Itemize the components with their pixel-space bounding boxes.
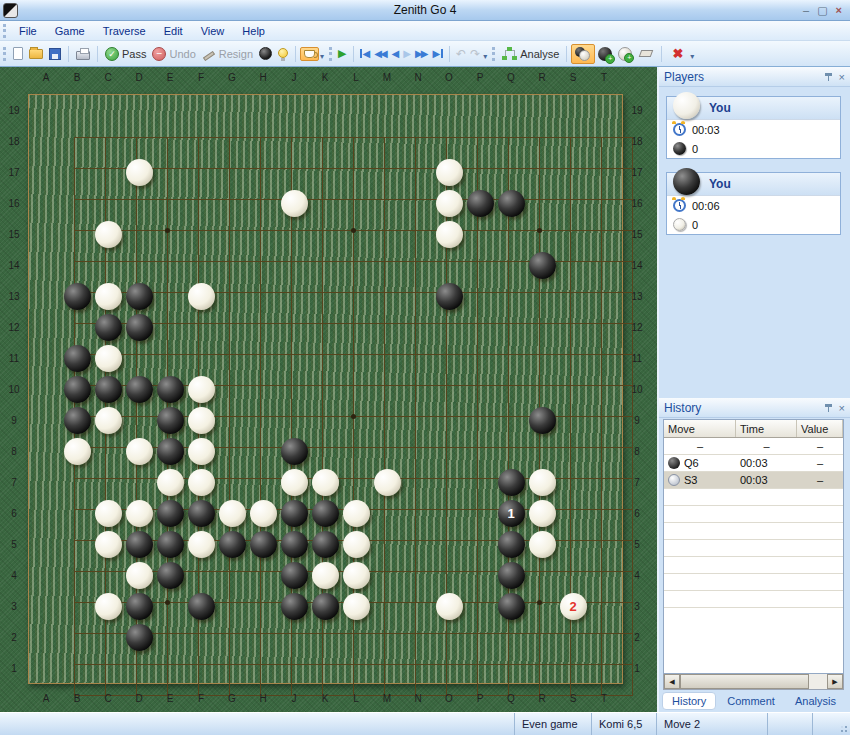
- intersection-C10[interactable]: [93, 374, 124, 405]
- white-stone-O15: [436, 221, 463, 248]
- history-move-cell: Q6: [664, 455, 736, 471]
- app-window: Zenith Go 4 – ▢ × FileGameTraverseEditVi…: [0, 0, 850, 735]
- white-stone-F9: [188, 407, 215, 434]
- intersection-F13[interactable]: [186, 281, 217, 312]
- black-stone-F6: [188, 500, 215, 527]
- intersection-D17[interactable]: [124, 157, 155, 188]
- history-table: MoveTimeValue–––Q600:03–S300:03–: [663, 419, 844, 674]
- intersection-B10[interactable]: [62, 374, 93, 405]
- history-row[interactable]: –––: [664, 438, 843, 455]
- intersection-M7[interactable]: [372, 467, 403, 498]
- intersection-F9[interactable]: [186, 405, 217, 436]
- player-name: You: [709, 177, 731, 191]
- white-stone-L5: [343, 531, 370, 558]
- intersection-O17[interactable]: [434, 157, 465, 188]
- intersection-D8[interactable]: [124, 436, 155, 467]
- intersection-L4[interactable]: [341, 560, 372, 591]
- intersection-D10[interactable]: [124, 374, 155, 405]
- coord-label-9: 9: [624, 405, 650, 436]
- history-time-cell: –: [736, 438, 797, 454]
- coord-label-14: 14: [624, 250, 650, 281]
- intersection-O13[interactable]: [434, 281, 465, 312]
- scrollbar-thumb[interactable]: [680, 674, 809, 689]
- move-number-label: 1: [507, 506, 514, 521]
- intersection-J5[interactable]: [279, 529, 310, 560]
- intersection-Q16[interactable]: [496, 188, 527, 219]
- white-stone-icon: [668, 474, 680, 486]
- history-value-cell: –: [797, 472, 843, 488]
- black-stone-K6: [312, 500, 339, 527]
- players-close-icon[interactable]: ×: [839, 71, 845, 83]
- history-col-value[interactable]: Value: [797, 420, 843, 437]
- intersection-K4[interactable]: [310, 560, 341, 591]
- intersection-D12[interactable]: [124, 312, 155, 343]
- coord-label-15: 15: [1, 219, 27, 250]
- title-bar: Zenith Go 4 – ▢ ×: [0, 0, 850, 21]
- players-panel-header: Players ×: [659, 67, 850, 87]
- coord-label-3: 3: [1, 591, 27, 622]
- alarm-clock-icon: [673, 123, 686, 136]
- intersection-K3[interactable]: [310, 591, 341, 622]
- add-white-stone-tool[interactable]: [615, 45, 635, 63]
- player-time-row: 00:06: [667, 196, 840, 215]
- coord-label-S: S: [558, 70, 589, 84]
- coord-label-8: 8: [624, 436, 650, 467]
- intersection-B13[interactable]: [62, 281, 93, 312]
- intersection-Q4[interactable]: [496, 560, 527, 591]
- black-stone-E10: [157, 376, 184, 403]
- coord-label-G: G: [217, 691, 248, 705]
- coord-label-D: D: [124, 70, 155, 84]
- white-stone-O17: [436, 159, 463, 186]
- print-button[interactable]: [73, 46, 93, 62]
- black-stone-plus-icon: [598, 47, 612, 61]
- intersection-B9[interactable]: [62, 405, 93, 436]
- white-stone-C3: [95, 593, 122, 620]
- app-icon: [3, 3, 18, 18]
- resign-label: Resign: [219, 48, 253, 60]
- pass-label: Pass: [122, 48, 146, 60]
- pass-check-icon: [105, 47, 119, 61]
- coord-label-19: 19: [1, 95, 27, 126]
- coord-label-E: E: [155, 70, 186, 84]
- toolbar-overflow-2[interactable]: ▾: [483, 52, 487, 61]
- intersection-P16[interactable]: [465, 188, 496, 219]
- intersection-J4[interactable]: [279, 560, 310, 591]
- coord-label-C: C: [93, 691, 124, 705]
- intersection-L3[interactable]: [341, 591, 372, 622]
- player-time: 00:03: [692, 124, 720, 136]
- coord-label-D: D: [124, 691, 155, 705]
- intersection-E8[interactable]: [155, 436, 186, 467]
- coord-label-15: 15: [624, 219, 650, 250]
- coord-label-F: F: [186, 691, 217, 705]
- black-stone-E4: [157, 562, 184, 589]
- status-section-3: Move 2: [657, 713, 768, 735]
- new-game-button[interactable]: [10, 45, 26, 62]
- analyse-chart-icon: [502, 47, 517, 60]
- black-stone-D5: [126, 531, 153, 558]
- menu-help[interactable]: Help: [233, 23, 274, 39]
- black-stone-C10: [95, 376, 122, 403]
- resign-pencil-icon: [203, 50, 215, 60]
- coord-label-M: M: [372, 70, 403, 84]
- player-card-white: You00:030: [666, 96, 841, 159]
- intersection-K7[interactable]: [310, 467, 341, 498]
- history-move-cell: S3: [664, 472, 736, 488]
- intersection-C13[interactable]: [93, 281, 124, 312]
- history-move: –: [697, 440, 703, 452]
- intersection-C15[interactable]: [93, 219, 124, 250]
- player-time-row: 00:03: [667, 120, 840, 139]
- history-empty-row: [664, 591, 843, 608]
- coord-label-17: 17: [624, 157, 650, 188]
- black-stone-P16: [467, 190, 494, 217]
- coord-label-17: 17: [1, 157, 27, 188]
- coord-label-J: J: [279, 70, 310, 84]
- menu-traverse[interactable]: Traverse: [94, 23, 155, 39]
- coord-label-T: T: [589, 70, 620, 84]
- white-stone-D4: [126, 562, 153, 589]
- history-panel-header: History ×: [659, 398, 850, 418]
- black-stone-D10: [126, 376, 153, 403]
- resign-button[interactable]: Resign: [199, 46, 256, 62]
- white-player-stone-icon: [673, 92, 700, 119]
- tab-analysis[interactable]: Analysis: [786, 693, 845, 709]
- intersection-Q3[interactable]: [496, 591, 527, 622]
- menu-view[interactable]: View: [192, 23, 234, 39]
- coord-label-12: 12: [624, 312, 650, 343]
- intersection-K6[interactable]: [310, 498, 341, 529]
- intersection-C11[interactable]: [93, 343, 124, 374]
- red-x-icon: ✖: [669, 46, 686, 61]
- coord-label-19: 19: [624, 95, 650, 126]
- undo-minus-icon: [152, 47, 166, 61]
- intersection-F6[interactable]: [186, 498, 217, 529]
- intersection-C12[interactable]: [93, 312, 124, 343]
- coord-label-6: 6: [624, 498, 650, 529]
- history-empty-row: [664, 574, 843, 591]
- intersection-D5[interactable]: [124, 529, 155, 560]
- intersection-F5[interactable]: [186, 529, 217, 560]
- coord-label-K: K: [310, 70, 341, 84]
- coord-label-10: 10: [1, 374, 27, 405]
- close-button[interactable]: ×: [836, 5, 842, 16]
- player-card-header: You: [667, 97, 840, 120]
- analyse-button[interactable]: Analyse: [499, 45, 562, 62]
- pass-button[interactable]: Pass: [102, 45, 149, 63]
- black-stone-J3: [281, 593, 308, 620]
- intersection-E7[interactable]: [155, 467, 186, 498]
- menu-bar: FileGameTraverseEditViewHelp: [0, 21, 850, 41]
- player-time: 00:06: [692, 200, 720, 212]
- white-stone-C9: [95, 407, 122, 434]
- history-row[interactable]: Q600:03–: [664, 455, 843, 472]
- history-panel-title: History: [664, 401, 701, 415]
- intersection-R5[interactable]: [527, 529, 558, 560]
- coord-label-3: 3: [624, 591, 650, 622]
- window-title: Zenith Go 4: [0, 3, 850, 17]
- history-col-time[interactable]: Time: [736, 420, 797, 437]
- board-letters-bottom: ABCDEFGHJKLMNOPQRST: [31, 691, 620, 705]
- maximize-button[interactable]: ▢: [817, 5, 827, 16]
- tab-comment[interactable]: Comment: [718, 693, 784, 709]
- intersection-G5[interactable]: [217, 529, 248, 560]
- toolbar-overflow-3[interactable]: ▾: [690, 52, 694, 61]
- white-stone-D17: [126, 159, 153, 186]
- player-captures-row: 0: [667, 139, 840, 158]
- coord-label-13: 13: [624, 281, 650, 312]
- intersection-B11[interactable]: [62, 343, 93, 374]
- black-stone-E8: [157, 438, 184, 465]
- intersection-D3[interactable]: [124, 591, 155, 622]
- scroll-right-arrow-icon[interactable]: ▶: [827, 674, 843, 689]
- white-stone-C15: [95, 221, 122, 248]
- intersection-J6[interactable]: [279, 498, 310, 529]
- coord-label-18: 18: [1, 126, 27, 157]
- white-stone-C6: [95, 500, 122, 527]
- intersection-D2[interactable]: [124, 622, 155, 653]
- player-card-black: You00:060: [666, 172, 841, 235]
- coord-label-C: C: [93, 70, 124, 84]
- intersection-E10[interactable]: [155, 374, 186, 405]
- intersection-F3[interactable]: [186, 591, 217, 622]
- white-stone-E7: [157, 469, 184, 496]
- panel-tabs: HistoryCommentAnalysis: [659, 690, 850, 712]
- coord-label-11: 11: [1, 343, 27, 374]
- black-stone-F3: [188, 593, 215, 620]
- players-panel-title: Players: [664, 70, 704, 84]
- history-close-icon[interactable]: ×: [839, 402, 845, 414]
- intersection-L6[interactable]: [341, 498, 372, 529]
- delete-button[interactable]: ✖: [666, 44, 689, 63]
- coord-label-4: 4: [1, 560, 27, 591]
- intersection-S3[interactable]: 2: [558, 591, 589, 622]
- lightbulb-icon: [278, 48, 288, 58]
- eraser-tool[interactable]: [635, 48, 657, 59]
- black-stone-J8: [281, 438, 308, 465]
- fast-forward-button[interactable]: ▶▶: [413, 48, 430, 59]
- coord-label-S: S: [558, 691, 589, 705]
- toolbar-grip-1[interactable]: [3, 47, 6, 61]
- black-stone-D3: [126, 593, 153, 620]
- skip-to-start-button[interactable]: ◀: [358, 48, 373, 59]
- coord-label-P: P: [465, 70, 496, 84]
- resize-grip[interactable]: [845, 730, 847, 732]
- undo-label: Undo: [169, 48, 195, 60]
- history-empty-row: [664, 506, 843, 523]
- alternate-stones-tool[interactable]: [571, 44, 595, 64]
- intersection-C5[interactable]: [93, 529, 124, 560]
- intersection-C9[interactable]: [93, 405, 124, 436]
- black-stone-Q16: [498, 190, 525, 217]
- rotate-forward-button[interactable]: ↷: [468, 47, 482, 61]
- coord-label-5: 5: [624, 529, 650, 560]
- intersection-B8[interactable]: [62, 436, 93, 467]
- white-stone-R7: [529, 469, 556, 496]
- menubar-grip[interactable]: [3, 24, 6, 38]
- intersection-F8[interactable]: [186, 436, 217, 467]
- intersection-H5[interactable]: [248, 529, 279, 560]
- history-value-cell: –: [797, 455, 843, 471]
- intersection-E4[interactable]: [155, 560, 186, 591]
- capture-count: 0: [692, 143, 698, 155]
- white-stone-L4: [343, 562, 370, 589]
- intersection-H6[interactable]: [248, 498, 279, 529]
- black-player-stone-icon: [673, 168, 700, 195]
- intersection-R7[interactable]: [527, 467, 558, 498]
- history-header-row: MoveTimeValue: [664, 420, 843, 438]
- intersection-R6[interactable]: [527, 498, 558, 529]
- board-letters-top: ABCDEFGHJKLMNOPQRST: [31, 70, 620, 84]
- coord-label-A: A: [31, 691, 62, 705]
- rotate-back-button[interactable]: ↶: [454, 47, 468, 61]
- black-stone-J4: [281, 562, 308, 589]
- coord-label-L: L: [341, 70, 372, 84]
- toolbar-grip-3[interactable]: [492, 47, 495, 61]
- add-black-stone-tool[interactable]: [595, 45, 615, 63]
- history-col-move[interactable]: Move: [664, 420, 736, 437]
- black-stone-K3: [312, 593, 339, 620]
- intersection-O16[interactable]: [434, 188, 465, 219]
- forward-button[interactable]: ▶: [401, 48, 413, 59]
- analyse-label: Analyse: [520, 48, 559, 60]
- hint-button[interactable]: [275, 48, 291, 60]
- menu-game[interactable]: Game: [46, 23, 94, 39]
- scroll-left-arrow-icon[interactable]: ◀: [664, 674, 680, 689]
- coord-label-5: 5: [1, 529, 27, 560]
- intersection-D13[interactable]: [124, 281, 155, 312]
- toolbar-grip-2[interactable]: [329, 47, 332, 61]
- intersection-D4[interactable]: [124, 560, 155, 591]
- save-button[interactable]: [46, 46, 64, 62]
- black-stone-B9: [64, 407, 91, 434]
- status-section-2: Komi 6,5: [592, 713, 657, 735]
- intersection-C3[interactable]: [93, 591, 124, 622]
- black-stone-Q5: [498, 531, 525, 558]
- intersection-G6[interactable]: [217, 498, 248, 529]
- intersection-E5[interactable]: [155, 529, 186, 560]
- coord-label-N: N: [403, 691, 434, 705]
- history-move-cell: –: [664, 438, 736, 454]
- coord-label-10: 10: [624, 374, 650, 405]
- intersection-R14[interactable]: [527, 250, 558, 281]
- coord-label-13: 13: [1, 281, 27, 312]
- printer-icon: [76, 51, 90, 60]
- black-stone-R14: [529, 252, 556, 279]
- right-panel: Players × You00:030You00:060 History × M…: [657, 67, 850, 712]
- eraser-icon: [639, 50, 654, 57]
- status-section-4: [768, 713, 813, 735]
- white-stone-C5: [95, 531, 122, 558]
- play-button[interactable]: ▶: [336, 47, 348, 60]
- player-name: You: [709, 101, 731, 115]
- intersection-J16[interactable]: [279, 188, 310, 219]
- intersection-J8[interactable]: [279, 436, 310, 467]
- menu-edit[interactable]: Edit: [155, 23, 192, 39]
- coord-label-T: T: [589, 691, 620, 705]
- history-hscrollbar[interactable]: ◀ ▶: [663, 674, 844, 690]
- intersection-K5[interactable]: [310, 529, 341, 560]
- stone-icon: [259, 47, 272, 60]
- white-stone-L3: [343, 593, 370, 620]
- white-stone-B8: [64, 438, 91, 465]
- intersection-Q6[interactable]: 1: [496, 498, 527, 529]
- history-empty-row: [664, 557, 843, 574]
- intersection-O3[interactable]: [434, 591, 465, 622]
- intersection-F7[interactable]: [186, 467, 217, 498]
- history-pin-icon[interactable]: [825, 404, 832, 407]
- black-stone-Q3: [498, 593, 525, 620]
- player-card-header: You: [667, 173, 840, 196]
- black-stone-E5: [157, 531, 184, 558]
- menu-file[interactable]: File: [10, 23, 46, 39]
- white-stone-G6: [219, 500, 246, 527]
- coord-label-R: R: [527, 70, 558, 84]
- intersection-Q5[interactable]: [496, 529, 527, 560]
- white-stone-L6: [343, 500, 370, 527]
- coord-label-M: M: [372, 691, 403, 705]
- history-row[interactable]: S300:03–: [664, 472, 843, 489]
- undo-button[interactable]: Undo: [149, 45, 198, 63]
- intersection-L5[interactable]: [341, 529, 372, 560]
- intersection-O15[interactable]: [434, 219, 465, 250]
- captured-black-stone-icon: [673, 142, 686, 155]
- intersection-J7[interactable]: [279, 467, 310, 498]
- stone-view-button[interactable]: [256, 45, 275, 62]
- coord-label-2: 2: [624, 622, 650, 653]
- toolbar: Pass Undo Resign ▾ ▶◀◀◀◀▶▶▶▶↶↷ ▾ Analyse…: [0, 41, 850, 67]
- minimize-button[interactable]: –: [803, 5, 809, 16]
- tab-history[interactable]: History: [662, 692, 716, 710]
- coord-label-7: 7: [1, 467, 27, 498]
- fast-back-button[interactable]: ◀◀: [372, 48, 389, 59]
- intersection-Q7[interactable]: [496, 467, 527, 498]
- black-stone-B11: [64, 345, 91, 372]
- coord-label-H: H: [248, 691, 279, 705]
- player-captures-row: 0: [667, 215, 840, 234]
- intersection-E9[interactable]: [155, 405, 186, 436]
- white-stone-S3: 2: [560, 593, 587, 620]
- coord-label-P: P: [465, 691, 496, 705]
- black-stone-Q7: [498, 469, 525, 496]
- history-move: S3: [684, 474, 697, 486]
- intersection-D6[interactable]: [124, 498, 155, 529]
- intersection-E6[interactable]: [155, 498, 186, 529]
- status-bar: Even gameKomi 6,5Move 2: [0, 712, 850, 735]
- intersection-C6[interactable]: [93, 498, 124, 529]
- intersection-R9[interactable]: [527, 405, 558, 436]
- white-stone-R5: [529, 531, 556, 558]
- white-stone-D8: [126, 438, 153, 465]
- intersection-J3[interactable]: [279, 591, 310, 622]
- coord-label-A: A: [31, 70, 62, 84]
- alarm-clock-icon: [673, 199, 686, 212]
- coord-label-4: 4: [624, 560, 650, 591]
- toolbar-overflow-1[interactable]: ▾: [320, 52, 324, 61]
- black-stone-D13: [126, 283, 153, 310]
- move-number-label: 2: [569, 599, 576, 614]
- open-button[interactable]: [26, 47, 46, 61]
- ponder-button[interactable]: [300, 47, 319, 61]
- back-button[interactable]: ◀: [390, 48, 402, 59]
- black-stone-Q4: [498, 562, 525, 589]
- history-value-cell: –: [797, 438, 843, 454]
- coord-label-11: 11: [624, 343, 650, 374]
- skip-to-end-button[interactable]: ▶: [430, 48, 445, 59]
- intersection-F10[interactable]: [186, 374, 217, 405]
- pin-icon[interactable]: [825, 73, 832, 76]
